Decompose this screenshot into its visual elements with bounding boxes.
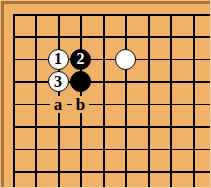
stone-white-c16[interactable]: 3: [48, 71, 69, 92]
point-label-a[interactable]: a: [50, 96, 67, 113]
stone-white-c17[interactable]: 1: [48, 49, 69, 70]
board-cut-edge-right: [210, 0, 211, 188]
go-board-diagram: 123ab: [0, 0, 211, 188]
stone-black-d17[interactable]: 2: [70, 49, 91, 70]
stone-black-d16[interactable]: [70, 71, 91, 92]
stones-layer: 123ab: [2, 3, 205, 183]
stone-white-f17[interactable]: [115, 49, 136, 70]
board-cut-edge-bottom: [0, 187, 211, 188]
point-label-b[interactable]: b: [72, 96, 89, 113]
